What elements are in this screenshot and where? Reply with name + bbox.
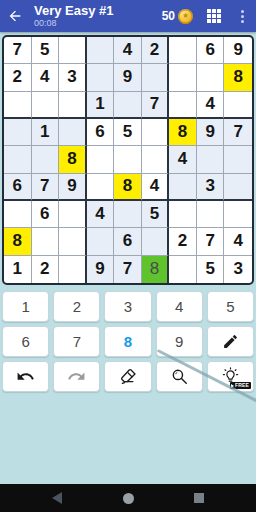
numpad-1[interactable]: 1 bbox=[2, 291, 49, 322]
control-pad: 12345 6789 bbox=[2, 291, 254, 392]
cell-r4c3[interactable] bbox=[59, 119, 87, 146]
cell-r2c7[interactable] bbox=[169, 64, 197, 91]
title-block: Very Easy #1 00:08 bbox=[34, 4, 114, 28]
cell-r4c4[interactable]: 6 bbox=[87, 119, 115, 146]
cell-r8c8[interactable]: 7 bbox=[197, 228, 225, 255]
cell-r7c9[interactable] bbox=[224, 201, 252, 228]
timer: 00:08 bbox=[34, 19, 114, 28]
cell-r3c2[interactable] bbox=[32, 92, 60, 119]
cell-r8c7[interactable]: 2 bbox=[169, 228, 197, 255]
cell-r4c1[interactable] bbox=[4, 119, 32, 146]
cell-r2c9[interactable]: 8 bbox=[224, 64, 252, 91]
cell-r1c4[interactable] bbox=[87, 37, 115, 64]
coin-icon: ★ bbox=[178, 9, 193, 24]
cell-r9c1[interactable]: 1 bbox=[4, 256, 32, 283]
numpad-6[interactable]: 6 bbox=[2, 326, 49, 357]
cell-r1c8[interactable]: 6 bbox=[197, 37, 225, 64]
coins-count: 50 bbox=[162, 9, 175, 23]
cell-r7c6[interactable]: 5 bbox=[142, 201, 170, 228]
cell-r8c3[interactable] bbox=[59, 228, 87, 255]
numpad-row-1: 12345 bbox=[2, 291, 254, 322]
numpad-7[interactable]: 7 bbox=[53, 326, 100, 357]
cell-r5c2[interactable] bbox=[32, 146, 60, 173]
coins-button[interactable]: 50 ★ bbox=[162, 9, 193, 24]
cell-r7c2[interactable]: 6 bbox=[32, 201, 60, 228]
cell-r5c3[interactable]: 8 bbox=[59, 146, 87, 173]
cell-r6c3[interactable]: 9 bbox=[59, 174, 87, 201]
magnifier-icon bbox=[170, 367, 189, 386]
cell-r5c7[interactable]: 4 bbox=[169, 146, 197, 173]
undo-icon bbox=[16, 367, 35, 386]
cell-r9c8[interactable]: 5 bbox=[197, 256, 225, 283]
cell-r1c2[interactable]: 5 bbox=[32, 37, 60, 64]
cell-r7c5[interactable] bbox=[114, 201, 142, 228]
cell-r6c8[interactable]: 3 bbox=[197, 174, 225, 201]
redo-button[interactable] bbox=[53, 361, 100, 392]
cell-r9c4[interactable]: 9 bbox=[87, 256, 115, 283]
cell-r9c5[interactable]: 7 bbox=[114, 256, 142, 283]
app-bar: Very Easy #1 00:08 50 ★ bbox=[0, 0, 256, 32]
magnifier-button[interactable] bbox=[156, 361, 203, 392]
back-button[interactable] bbox=[6, 7, 24, 25]
pencil-icon bbox=[222, 333, 239, 350]
cell-r9c3[interactable] bbox=[59, 256, 87, 283]
cell-r8c5[interactable]: 6 bbox=[114, 228, 142, 255]
cell-r1c5[interactable]: 4 bbox=[114, 37, 142, 64]
cell-r7c3[interactable] bbox=[59, 201, 87, 228]
board-grid-icon-button[interactable] bbox=[207, 9, 221, 23]
cell-r9c7[interactable] bbox=[169, 256, 197, 283]
cell-r2c6[interactable] bbox=[142, 64, 170, 91]
cell-r6c4[interactable] bbox=[87, 174, 115, 201]
cell-r9c2[interactable]: 2 bbox=[32, 256, 60, 283]
cell-r6c6[interactable]: 4 bbox=[142, 174, 170, 201]
cell-r2c4[interactable] bbox=[87, 64, 115, 91]
cell-r3c6[interactable]: 7 bbox=[142, 92, 170, 119]
cell-r6c7[interactable] bbox=[169, 174, 197, 201]
cell-r6c9[interactable] bbox=[224, 174, 252, 201]
android-nav-bar bbox=[0, 484, 256, 512]
eraser-button[interactable] bbox=[104, 361, 151, 392]
cell-r2c5[interactable]: 9 bbox=[114, 64, 142, 91]
cell-r7c8[interactable] bbox=[197, 201, 225, 228]
cell-r5c6[interactable] bbox=[142, 146, 170, 173]
back-arrow-icon bbox=[7, 8, 23, 24]
sudoku-app-screen: Very Easy #1 00:08 50 ★ 7542692439817416… bbox=[0, 0, 256, 512]
cell-r3c3[interactable] bbox=[59, 92, 87, 119]
nav-home-icon[interactable] bbox=[123, 493, 134, 504]
redo-icon bbox=[67, 367, 86, 386]
cell-r2c2[interactable]: 4 bbox=[32, 64, 60, 91]
cell-r6c5[interactable]: 8 bbox=[114, 174, 142, 201]
cell-r5c1[interactable] bbox=[4, 146, 32, 173]
numpad-4[interactable]: 4 bbox=[156, 291, 203, 322]
numpad-2[interactable]: 2 bbox=[53, 291, 100, 322]
cell-r1c1[interactable]: 7 bbox=[4, 37, 32, 64]
cell-r9c9[interactable]: 3 bbox=[224, 256, 252, 283]
page-title: Very Easy #1 bbox=[34, 4, 114, 18]
undo-button[interactable] bbox=[2, 361, 49, 392]
cell-r2c1[interactable]: 2 bbox=[4, 64, 32, 91]
eraser-icon bbox=[119, 367, 138, 386]
action-row: FREE bbox=[2, 361, 254, 392]
cell-r2c8[interactable] bbox=[197, 64, 225, 91]
cell-r8c1[interactable]: 8 bbox=[4, 228, 32, 255]
cell-r4c7[interactable]: 8 bbox=[169, 119, 197, 146]
numpad-5[interactable]: 5 bbox=[207, 291, 254, 322]
cell-r8c4[interactable] bbox=[87, 228, 115, 255]
cell-r5c8[interactable] bbox=[197, 146, 225, 173]
cell-r8c6[interactable] bbox=[142, 228, 170, 255]
cell-r1c6[interactable]: 2 bbox=[142, 37, 170, 64]
sudoku-board: 7542692439817416589784679843645862741297… bbox=[2, 35, 254, 285]
cell-r3c7[interactable] bbox=[169, 92, 197, 119]
cell-r6c2[interactable]: 7 bbox=[32, 174, 60, 201]
cell-r3c4[interactable]: 1 bbox=[87, 92, 115, 119]
pencil-mode-button[interactable] bbox=[207, 326, 254, 357]
cell-r4c5[interactable]: 5 bbox=[114, 119, 142, 146]
cell-r7c4[interactable]: 4 bbox=[87, 201, 115, 228]
cell-r7c1[interactable] bbox=[4, 201, 32, 228]
cell-r1c3[interactable] bbox=[59, 37, 87, 64]
cell-r4c2[interactable]: 1 bbox=[32, 119, 60, 146]
cell-r5c5[interactable] bbox=[114, 146, 142, 173]
cell-r3c9[interactable] bbox=[224, 92, 252, 119]
numpad-3[interactable]: 3 bbox=[104, 291, 151, 322]
cell-r5c9[interactable] bbox=[224, 146, 252, 173]
cell-r4c9[interactable]: 7 bbox=[224, 119, 252, 146]
cell-r1c9[interactable]: 9 bbox=[224, 37, 252, 64]
numpad-row-2: 6789 bbox=[2, 326, 254, 357]
cell-r4c8[interactable]: 9 bbox=[197, 119, 225, 146]
cell-r5c4[interactable] bbox=[87, 146, 115, 173]
cell-r2c3[interactable]: 3 bbox=[59, 64, 87, 91]
cell-r1c7[interactable] bbox=[169, 37, 197, 64]
overflow-menu-button[interactable] bbox=[239, 8, 246, 25]
cell-r4c6[interactable] bbox=[142, 119, 170, 146]
nav-back-icon[interactable] bbox=[52, 492, 62, 504]
cell-r3c1[interactable] bbox=[4, 92, 32, 119]
cell-r9c6[interactable]: 8 bbox=[142, 256, 170, 283]
cell-r6c1[interactable]: 6 bbox=[4, 174, 32, 201]
cell-r3c5[interactable] bbox=[114, 92, 142, 119]
cell-r8c9[interactable]: 4 bbox=[224, 228, 252, 255]
numpad-8[interactable]: 8 bbox=[104, 326, 151, 357]
cell-r3c8[interactable]: 4 bbox=[197, 92, 225, 119]
nav-recents-icon[interactable] bbox=[194, 493, 204, 503]
cell-r8c2[interactable] bbox=[32, 228, 60, 255]
cell-r7c7[interactable] bbox=[169, 201, 197, 228]
